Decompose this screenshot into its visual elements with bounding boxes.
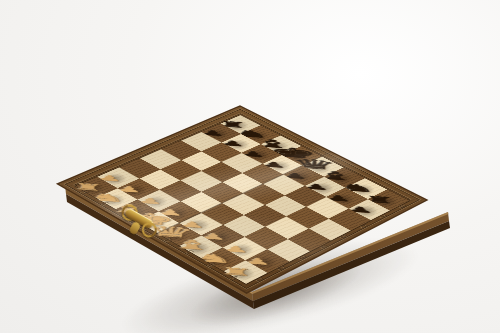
white-rook: ♜	[220, 266, 253, 278]
black-knight: ♞	[340, 181, 376, 193]
white-knight: ♞	[195, 251, 234, 265]
white-pawn: ♟	[96, 173, 124, 182]
chess-box: ♜♞♝♚♛♝♞♜♟♟♟♟♟♟♟♟♟♟♟♟♟♟♟♟♜♞♝♚♛♝♞♜ HGFEDCB…	[102, 51, 384, 333]
product-photo-stage: ♜♞♝♚♛♝♞♜♟♟♟♟♟♟♟♟♟♟♟♟♟♟♟♟♜♞♝♚♛♝♞♜ HGFEDCB…	[0, 0, 500, 333]
white-rook: ♜	[72, 182, 104, 193]
latch-hook	[128, 221, 141, 235]
white-pawn: ♟	[116, 185, 144, 194]
chess-board-grid: ♜♞♝♚♛♝♞♜♟♟♟♟♟♟♟♟♟♟♟♟♟♟♟♟♜♞♝♚♛♝♞♜	[76, 115, 410, 284]
black-bishop: ♝	[316, 169, 357, 183]
